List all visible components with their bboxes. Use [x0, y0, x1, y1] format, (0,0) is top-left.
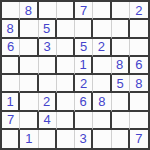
cell-r6c2[interactable]	[20, 93, 38, 111]
cell-r4c6[interactable]	[93, 57, 111, 75]
given-digit: 4	[44, 113, 51, 126]
cell-r6c1: 1	[2, 93, 20, 111]
given-digit: 1	[7, 95, 14, 108]
cell-r3c1: 6	[2, 39, 20, 57]
given-digit: 7	[135, 132, 142, 145]
cell-r4c2[interactable]	[20, 57, 38, 75]
cell-r6c3: 2	[39, 93, 57, 111]
cell-r7c5[interactable]	[75, 112, 93, 130]
cell-r2c5[interactable]	[75, 20, 93, 38]
cell-r2c2[interactable]	[20, 20, 38, 38]
cell-r4c5: 1	[75, 57, 93, 75]
given-digit: 8	[98, 95, 105, 108]
cell-r1c6[interactable]	[93, 2, 111, 20]
cell-r4c8: 6	[130, 57, 148, 75]
cell-r3c6: 2	[93, 39, 111, 57]
cell-r5c7: 5	[112, 75, 130, 93]
cell-r6c4[interactable]	[57, 93, 75, 111]
bricks-board: 872856352186258126874137	[0, 0, 150, 150]
cell-r5c2[interactable]	[20, 75, 38, 93]
cell-r8c8: 7	[130, 130, 148, 148]
cell-r8c4[interactable]	[57, 130, 75, 148]
cell-r3c2[interactable]	[20, 39, 38, 57]
cell-r8c7[interactable]	[112, 130, 130, 148]
cell-r7c8[interactable]	[130, 112, 148, 130]
cell-r5c5: 2	[75, 75, 93, 93]
cell-r2c8[interactable]	[130, 20, 148, 38]
given-digit: 2	[135, 4, 142, 17]
given-digit: 2	[80, 77, 87, 90]
cell-r1c8: 2	[130, 2, 148, 20]
given-digit: 5	[117, 77, 124, 90]
cell-r6c8[interactable]	[130, 93, 148, 111]
given-digit: 6	[80, 95, 87, 108]
cell-r1c5: 7	[75, 2, 93, 20]
given-digit: 2	[98, 40, 105, 53]
cell-r2c6[interactable]	[93, 20, 111, 38]
cell-r7c3: 4	[39, 112, 57, 130]
cell-r8c1[interactable]	[2, 130, 20, 148]
cell-r7c4[interactable]	[57, 112, 75, 130]
given-digit: 7	[7, 113, 14, 126]
given-digit: 1	[80, 58, 87, 71]
cell-r1c7[interactable]	[112, 2, 130, 20]
cell-r6c6: 8	[93, 93, 111, 111]
given-digit: 8	[25, 4, 32, 17]
cell-r5c4[interactable]	[57, 75, 75, 93]
given-digit: 7	[80, 4, 87, 17]
cell-r6c7[interactable]	[112, 93, 130, 111]
cell-r2c1: 8	[2, 20, 20, 38]
cell-r4c1[interactable]	[2, 57, 20, 75]
cell-r8c2: 1	[20, 130, 38, 148]
given-digit: 1	[25, 132, 32, 145]
cell-r4c7: 8	[112, 57, 130, 75]
cell-r7c2[interactable]	[20, 112, 38, 130]
given-digit: 6	[7, 40, 14, 53]
cell-r2c3: 5	[39, 20, 57, 38]
cell-r5c8: 8	[130, 75, 148, 93]
given-digit: 3	[44, 40, 51, 53]
cell-r1c3[interactable]	[39, 2, 57, 20]
cell-r3c3: 3	[39, 39, 57, 57]
given-digit: 2	[43, 95, 50, 108]
given-digit: 8	[116, 58, 123, 71]
cell-r7c7[interactable]	[112, 112, 130, 130]
cell-r2c4[interactable]	[57, 20, 75, 38]
cell-r1c1[interactable]	[2, 2, 20, 20]
given-digit: 5	[80, 40, 87, 53]
given-digit: 5	[43, 22, 50, 35]
cell-r3c7[interactable]	[112, 39, 130, 57]
cell-r5c6[interactable]	[93, 75, 111, 93]
cell-r2c7[interactable]	[112, 20, 130, 38]
cell-r1c4[interactable]	[57, 2, 75, 20]
given-digit: 8	[135, 77, 142, 90]
cell-r6c5: 6	[75, 93, 93, 111]
cell-r5c3[interactable]	[39, 75, 57, 93]
cell-r4c3[interactable]	[39, 57, 57, 75]
given-digit: 3	[80, 132, 87, 145]
cell-r8c5: 3	[75, 130, 93, 148]
cell-r8c6[interactable]	[93, 130, 111, 148]
cell-r3c8[interactable]	[130, 39, 148, 57]
cell-r3c5: 5	[75, 39, 93, 57]
given-digit: 8	[7, 22, 14, 35]
cell-r7c1: 7	[2, 112, 20, 130]
cell-r1c2: 8	[20, 2, 38, 20]
cell-r7c6[interactable]	[93, 112, 111, 130]
cell-r8c3[interactable]	[39, 130, 57, 148]
cell-r3c4[interactable]	[57, 39, 75, 57]
given-digit: 6	[135, 58, 142, 71]
cell-r4c4[interactable]	[57, 57, 75, 75]
cell-r5c1[interactable]	[2, 75, 20, 93]
